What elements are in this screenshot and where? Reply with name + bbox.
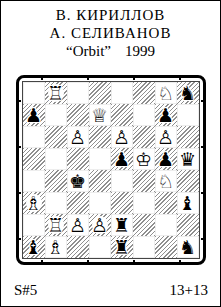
border-tick [16,146,21,148]
black-pawn-g5: ♟ [155,148,177,170]
board-frame: ♖♘♞♟♕♟♙♙♙♟♔♟♛♚♘♗♝♖♙♙♜♝♗♜♞ [16,75,206,265]
square-h1: ♞ [177,236,199,258]
square-f7 [133,104,155,126]
square-d6 [89,126,111,148]
square-g8: ♘ [155,82,177,104]
material-count: 13+13 [170,282,208,299]
square-b5 [45,148,67,170]
border-tick [41,260,43,265]
square-e1: ♜ [111,236,133,258]
black-king-c4: ♚ [67,170,89,192]
square-g3 [155,192,177,214]
black-bishop-a1: ♝ [23,236,45,258]
border-tick [179,75,181,80]
border-tick [201,192,206,194]
square-a3: ♗ [23,192,45,214]
square-h8: ♞ [177,82,199,104]
square-e6: ♙ [111,126,133,148]
square-h5: ♛ [177,148,199,170]
border-tick [201,100,206,102]
square-e7 [111,104,133,126]
square-g5: ♟ [155,148,177,170]
board-area: ♖♘♞♟♕♟♙♙♙♟♔♟♛♚♘♗♝♖♙♙♜♝♗♜♞ [1,75,220,265]
border-tick [133,260,135,265]
border-tick [87,75,89,80]
square-a6 [23,126,45,148]
square-e4 [111,170,133,192]
square-a8 [23,82,45,104]
composer-line-1: В. КИРИЛЛОВ [1,6,220,24]
border-tick [16,238,21,240]
black-rook-e2: ♜ [111,214,133,236]
square-d4 [89,170,111,192]
square-f6 [133,126,155,148]
square-a2 [23,214,45,236]
square-d1 [89,236,111,258]
square-g4: ♘ [155,170,177,192]
border-tick [179,260,181,265]
black-pawn-a7: ♟ [23,104,45,126]
white-rook-b8: ♖ [45,82,67,104]
black-knight-h1: ♞ [177,236,199,258]
square-f5: ♔ [133,148,155,170]
black-pawn-e5: ♟ [111,148,133,170]
square-d2: ♙ [89,214,111,236]
white-knight-g8: ♘ [155,82,177,104]
black-pawn-g7: ♟ [155,104,177,126]
white-knight-g4: ♘ [155,170,177,192]
white-bishop-a3: ♗ [23,192,45,214]
square-b2: ♖ [45,214,67,236]
white-queen-d7: ♕ [89,104,111,126]
square-h2 [177,214,199,236]
square-d8 [89,82,111,104]
border-tick [41,75,43,80]
square-h6 [177,126,199,148]
white-pawn-c2: ♙ [67,214,89,236]
border-tick [201,238,206,240]
square-b6 [45,126,67,148]
border-tick [133,75,135,80]
square-b1: ♗ [45,236,67,258]
square-g7: ♟ [155,104,177,126]
square-g6: ♙ [155,126,177,148]
square-c3 [67,192,89,214]
square-d7: ♕ [89,104,111,126]
white-pawn-d2: ♙ [89,214,111,236]
square-c1 [67,236,89,258]
border-tick [16,100,21,102]
border-tick [16,192,21,194]
square-e8 [111,82,133,104]
square-c8 [67,82,89,104]
square-f1 [133,236,155,258]
square-f2 [133,214,155,236]
border-tick [87,260,89,265]
square-f8 [133,82,155,104]
black-rook-e1: ♜ [111,236,133,258]
white-pawn-e6: ♙ [111,126,133,148]
square-c6: ♙ [67,126,89,148]
square-c7 [67,104,89,126]
square-f3 [133,192,155,214]
square-a1: ♝ [23,236,45,258]
source-year: 1999 [125,42,155,60]
square-a7: ♟ [23,104,45,126]
square-c5 [67,148,89,170]
square-e3 [111,192,133,214]
square-b3 [45,192,67,214]
square-a5 [23,148,45,170]
white-king-f5: ♔ [133,148,155,170]
square-f4 [133,170,155,192]
white-pawn-c6: ♙ [67,126,89,148]
border-tick [201,146,206,148]
header: В. КИРИЛЛОВ А. СЕЛИВАНОВ “Orbit” 1999 [1,1,220,60]
white-pawn-g6: ♙ [155,126,177,148]
square-c4: ♚ [67,170,89,192]
square-e5: ♟ [111,148,133,170]
source-line: “Orbit” 1999 [1,42,220,60]
square-b4 [45,170,67,192]
square-a4 [23,170,45,192]
problem-diagram-page: В. КИРИЛЛОВ А. СЕЛИВАНОВ “Orbit” 1999 ♖♘… [0,0,221,307]
square-g1 [155,236,177,258]
composer-line-2: А. СЕЛИВАНОВ [1,24,220,42]
square-b8: ♖ [45,82,67,104]
white-rook-b2: ♖ [45,214,67,236]
square-c2: ♙ [67,214,89,236]
square-d3 [89,192,111,214]
square-b7 [45,104,67,126]
square-h3: ♝ [177,192,199,214]
square-h7 [177,104,199,126]
stipulation: S#5 [14,282,37,299]
caption-row: S#5 13+13 [1,282,220,306]
board: ♖♘♞♟♕♟♙♙♙♟♔♟♛♚♘♗♝♖♙♙♜♝♗♜♞ [22,81,200,259]
black-knight-h8: ♞ [177,82,199,104]
source-name: “Orbit” [66,42,111,60]
square-d5 [89,148,111,170]
square-h4 [177,170,199,192]
black-bishop-h3: ♝ [177,192,199,214]
black-queen-h5: ♛ [177,148,199,170]
square-e2: ♜ [111,214,133,236]
white-bishop-b1: ♗ [45,236,67,258]
square-g2 [155,214,177,236]
